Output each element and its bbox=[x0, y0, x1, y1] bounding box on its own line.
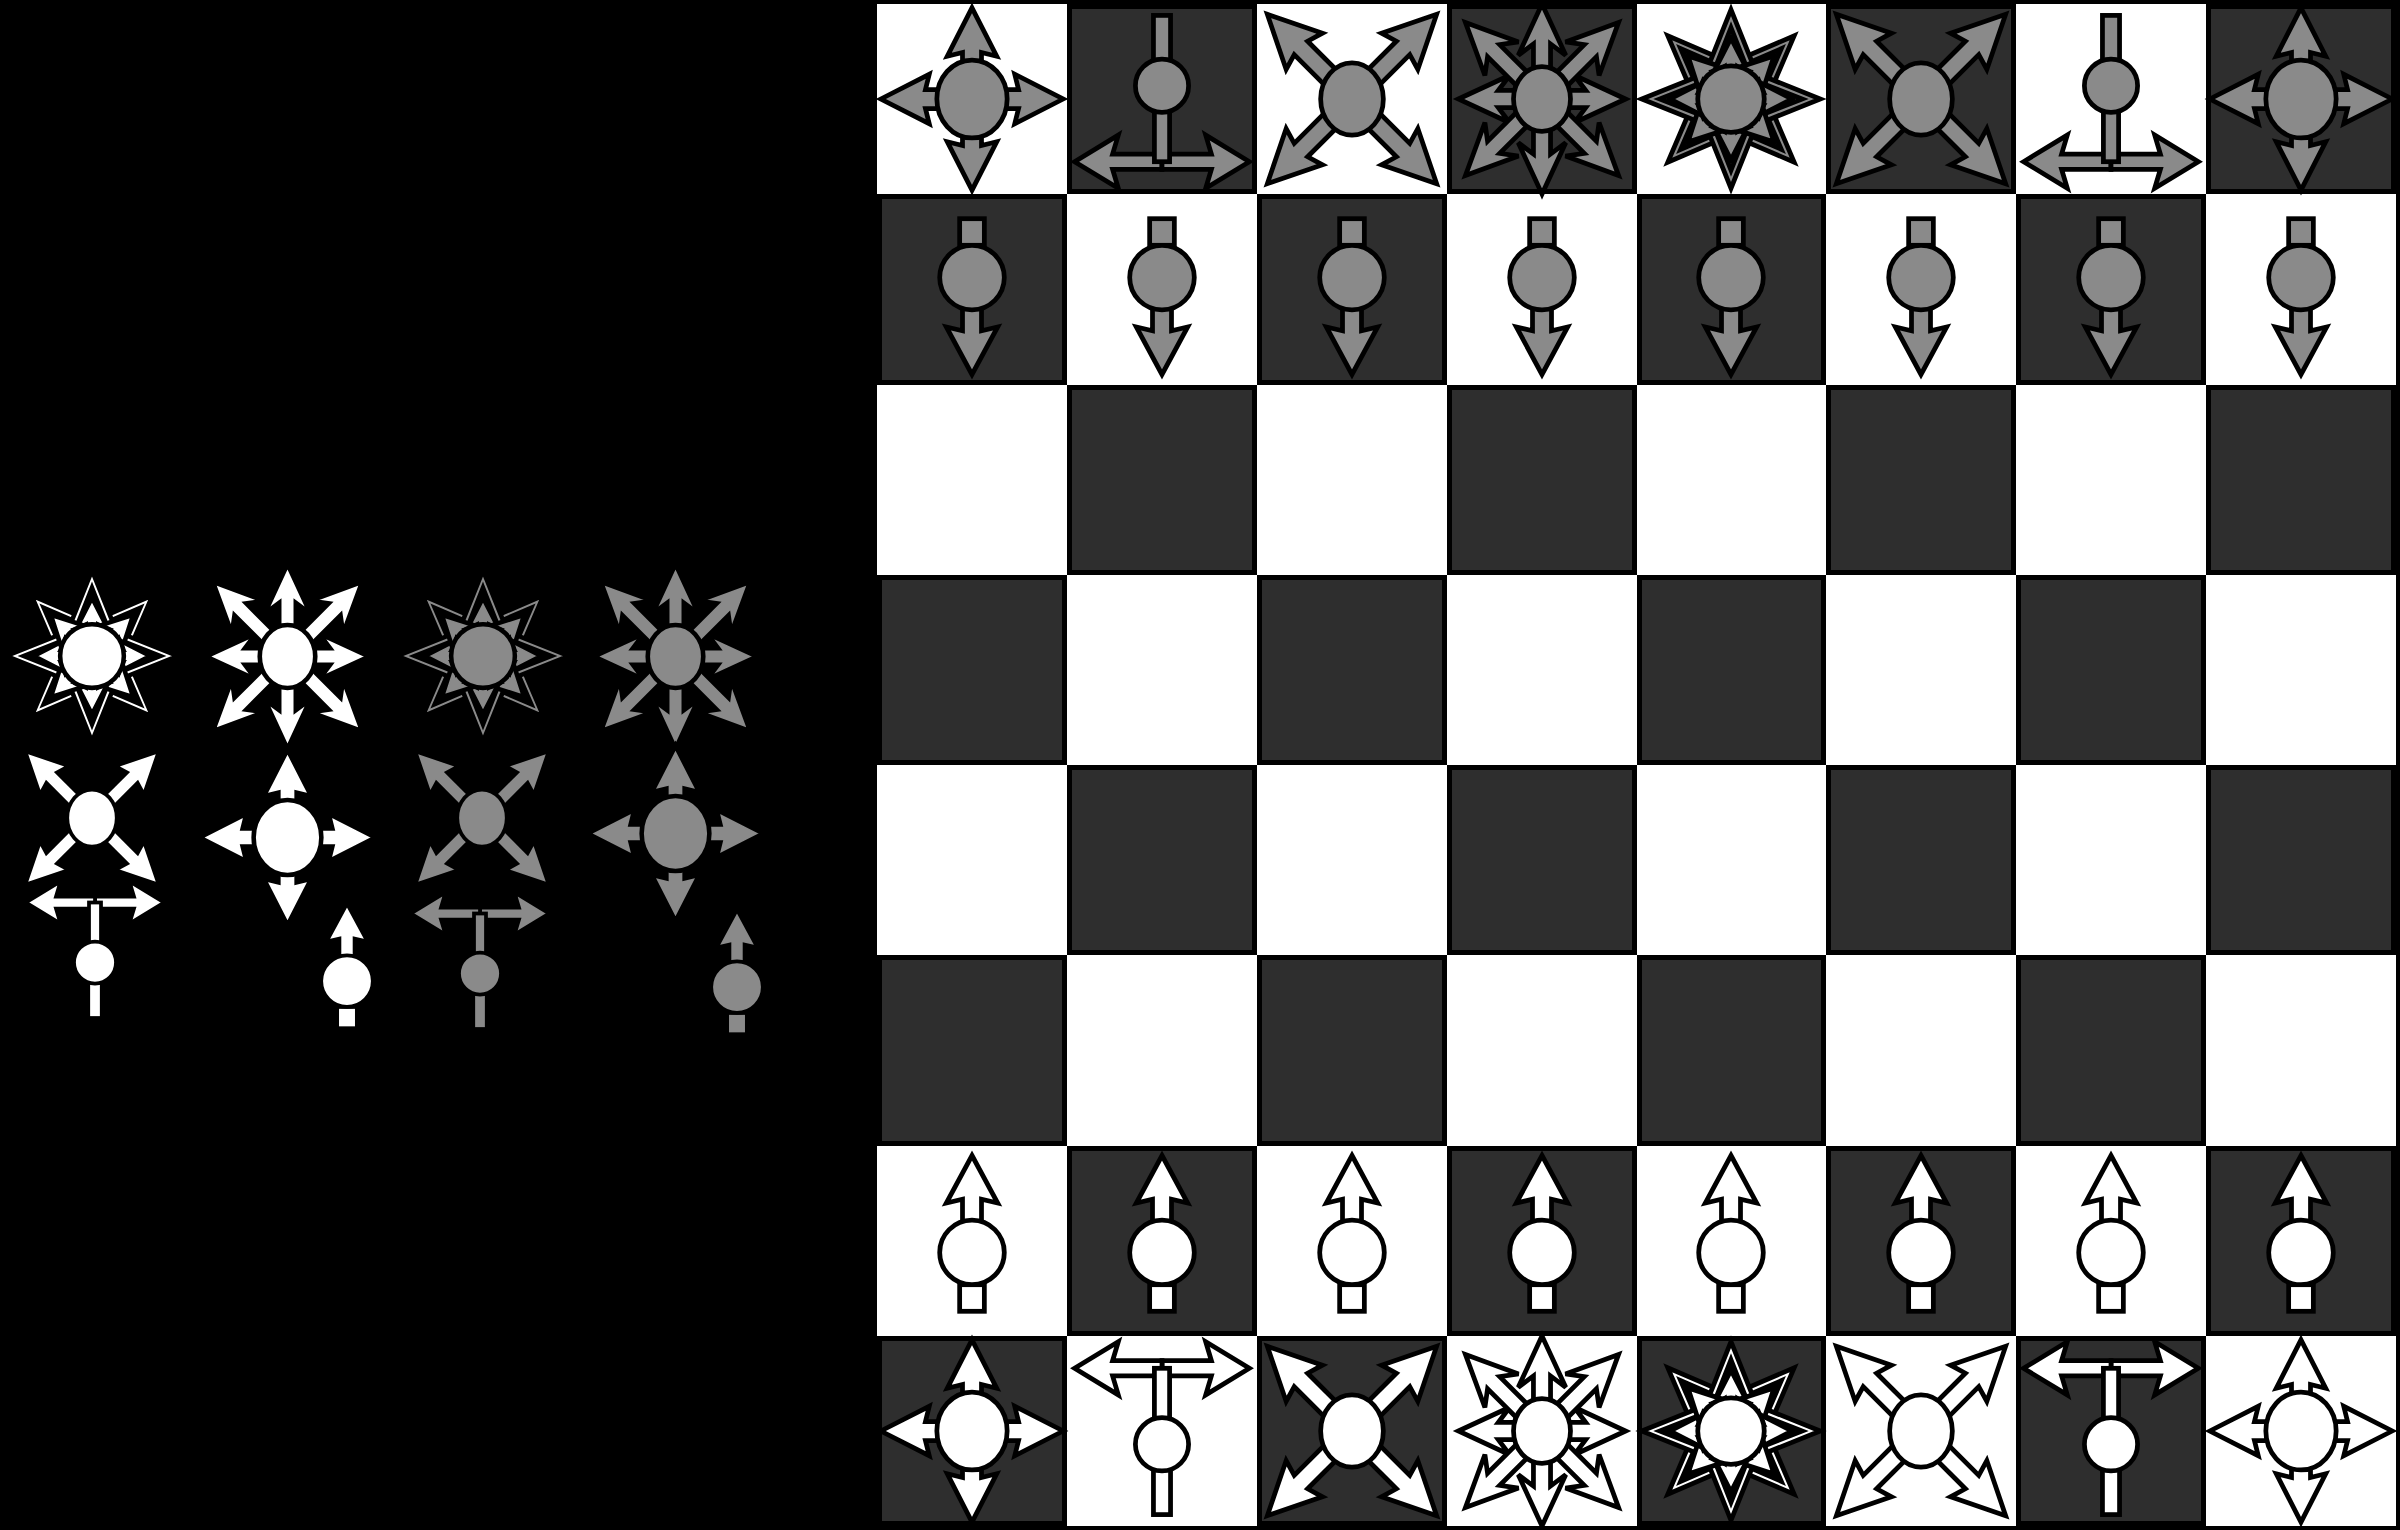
piece-white-queen-d1[interactable] bbox=[1447, 1336, 1637, 1526]
piece-black-pawn-g7[interactable] bbox=[2016, 194, 2206, 384]
square-a8[interactable] bbox=[877, 4, 1067, 194]
square-h2[interactable] bbox=[2206, 1146, 2396, 1336]
legend-gray-pawn bbox=[661, 902, 813, 1054]
square-c4[interactable] bbox=[1257, 765, 1447, 955]
square-c2[interactable] bbox=[1257, 1146, 1447, 1336]
piece-black-knight-b8[interactable] bbox=[1067, 4, 1257, 194]
piece-black-knight-g8[interactable] bbox=[2016, 4, 2206, 194]
square-d3[interactable] bbox=[1447, 955, 1637, 1145]
square-g5[interactable] bbox=[2016, 575, 2206, 765]
square-g4[interactable] bbox=[2016, 765, 2206, 955]
piece-white-bishop-c1[interactable] bbox=[1257, 1336, 1447, 1526]
square-c3[interactable] bbox=[1257, 955, 1447, 1145]
piece-white-pawn-c2[interactable] bbox=[1257, 1146, 1447, 1336]
piece-black-pawn-h7[interactable] bbox=[2206, 194, 2396, 384]
legend-gray-king bbox=[392, 565, 574, 747]
square-d5[interactable] bbox=[1447, 575, 1637, 765]
piece-black-bishop-f8[interactable] bbox=[1826, 4, 2016, 194]
piece-white-rook-a1[interactable] bbox=[877, 1336, 1067, 1526]
piece-black-pawn-e7[interactable] bbox=[1636, 194, 1826, 384]
square-e4[interactable] bbox=[1637, 765, 1827, 955]
square-h6[interactable] bbox=[2206, 385, 2396, 575]
square-c5[interactable] bbox=[1257, 575, 1447, 765]
piece-white-pawn-d2[interactable] bbox=[1447, 1146, 1637, 1336]
square-a3[interactable] bbox=[877, 955, 1067, 1145]
legend-gray-queen bbox=[583, 564, 768, 749]
square-b1[interactable] bbox=[1067, 1336, 1257, 1526]
square-g7[interactable] bbox=[2016, 194, 2206, 384]
square-e8[interactable] bbox=[1637, 4, 1827, 194]
square-f6[interactable] bbox=[1826, 385, 2016, 575]
square-a6[interactable] bbox=[877, 385, 1067, 575]
square-e7[interactable] bbox=[1637, 194, 1827, 384]
legend-white-pawn bbox=[271, 896, 423, 1048]
square-f3[interactable] bbox=[1826, 955, 2016, 1145]
piece-black-pawn-a7[interactable] bbox=[877, 194, 1067, 384]
square-a5[interactable] bbox=[877, 575, 1067, 765]
legend-white-knight bbox=[20, 877, 170, 1027]
legend-gray-rook bbox=[584, 742, 767, 925]
square-d2[interactable] bbox=[1447, 1146, 1637, 1336]
square-b7[interactable] bbox=[1067, 194, 1257, 384]
legend-gray-bishop bbox=[407, 743, 557, 893]
square-b6[interactable] bbox=[1067, 385, 1257, 575]
square-b3[interactable] bbox=[1067, 955, 1257, 1145]
square-f4[interactable] bbox=[1826, 765, 2016, 955]
square-b5[interactable] bbox=[1067, 575, 1257, 765]
piece-black-pawn-d7[interactable] bbox=[1447, 194, 1637, 384]
square-f7[interactable] bbox=[1826, 194, 2016, 384]
square-e1[interactable] bbox=[1637, 1336, 1827, 1526]
square-d8[interactable] bbox=[1447, 4, 1637, 194]
piece-white-rook-h1[interactable] bbox=[2206, 1336, 2396, 1526]
legend-white-queen bbox=[195, 564, 380, 749]
piece-legend-panel bbox=[0, 0, 873, 1530]
square-f8[interactable] bbox=[1826, 4, 2016, 194]
piece-black-bishop-c8[interactable] bbox=[1257, 4, 1447, 194]
square-c6[interactable] bbox=[1257, 385, 1447, 575]
square-e5[interactable] bbox=[1637, 575, 1827, 765]
piece-white-pawn-f2[interactable] bbox=[1826, 1146, 2016, 1336]
chess-board bbox=[873, 0, 2400, 1530]
square-g2[interactable] bbox=[2016, 1146, 2206, 1336]
piece-white-knight-b1[interactable] bbox=[1067, 1336, 1257, 1526]
square-h5[interactable] bbox=[2206, 575, 2396, 765]
square-e6[interactable] bbox=[1637, 385, 1827, 575]
legend-white-bishop bbox=[17, 743, 167, 893]
square-a4[interactable] bbox=[877, 765, 1067, 955]
piece-black-queen-d8[interactable] bbox=[1447, 4, 1637, 194]
piece-white-pawn-b2[interactable] bbox=[1067, 1146, 1257, 1336]
square-d1[interactable] bbox=[1447, 1336, 1637, 1526]
square-g6[interactable] bbox=[2016, 385, 2206, 575]
square-b4[interactable] bbox=[1067, 765, 1257, 955]
piece-white-knight-g1[interactable] bbox=[2016, 1336, 2206, 1526]
piece-black-rook-a8[interactable] bbox=[877, 4, 1067, 194]
square-h4[interactable] bbox=[2206, 765, 2396, 955]
square-c1[interactable] bbox=[1257, 1336, 1447, 1526]
square-g1[interactable] bbox=[2016, 1336, 2206, 1526]
square-f2[interactable] bbox=[1826, 1146, 2016, 1336]
piece-black-king-e8[interactable] bbox=[1636, 4, 1826, 194]
piece-black-pawn-b7[interactable] bbox=[1067, 194, 1257, 384]
square-b8[interactable] bbox=[1067, 4, 1257, 194]
square-a7[interactable] bbox=[877, 194, 1067, 384]
piece-white-bishop-f1[interactable] bbox=[1826, 1336, 2016, 1526]
square-b2[interactable] bbox=[1067, 1146, 1257, 1336]
piece-white-pawn-g2[interactable] bbox=[2016, 1146, 2206, 1336]
square-f5[interactable] bbox=[1826, 575, 2016, 765]
legend-white-king bbox=[1, 565, 183, 747]
square-e2[interactable] bbox=[1637, 1146, 1827, 1336]
square-d4[interactable] bbox=[1447, 765, 1637, 955]
square-e3[interactable] bbox=[1637, 955, 1827, 1145]
piece-black-rook-h8[interactable] bbox=[2206, 4, 2396, 194]
square-h7[interactable] bbox=[2206, 194, 2396, 384]
square-a2[interactable] bbox=[877, 1146, 1067, 1336]
piece-white-king-e1[interactable] bbox=[1636, 1336, 1826, 1526]
square-a1[interactable] bbox=[877, 1336, 1067, 1526]
piece-white-pawn-e2[interactable] bbox=[1636, 1146, 1826, 1336]
square-c8[interactable] bbox=[1257, 4, 1447, 194]
piece-white-pawn-h2[interactable] bbox=[2206, 1146, 2396, 1336]
square-h3[interactable] bbox=[2206, 955, 2396, 1145]
square-c7[interactable] bbox=[1257, 194, 1447, 384]
piece-black-pawn-c7[interactable] bbox=[1257, 194, 1447, 384]
piece-black-pawn-f7[interactable] bbox=[1826, 194, 2016, 384]
square-d7[interactable] bbox=[1447, 194, 1637, 384]
piece-white-pawn-a2[interactable] bbox=[877, 1146, 1067, 1336]
legend-gray-knight bbox=[405, 888, 555, 1038]
square-g8[interactable] bbox=[2016, 4, 2206, 194]
square-f1[interactable] bbox=[1826, 1336, 2016, 1526]
square-d6[interactable] bbox=[1447, 385, 1637, 575]
square-g3[interactable] bbox=[2016, 955, 2206, 1145]
square-h1[interactable] bbox=[2206, 1336, 2396, 1526]
square-h8[interactable] bbox=[2206, 4, 2396, 194]
